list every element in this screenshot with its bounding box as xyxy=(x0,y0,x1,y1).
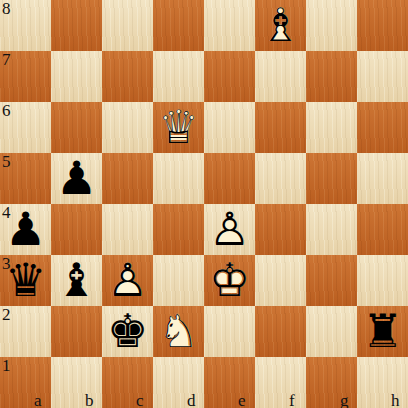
square-e4[interactable]: ♟♙ xyxy=(204,204,255,255)
king-glyph-fill: ♚ xyxy=(102,306,153,357)
square-h1[interactable] xyxy=(357,357,408,408)
piece-white-king-e3[interactable]: ♚♔ xyxy=(204,255,255,306)
square-h2[interactable]: ♜ xyxy=(357,306,408,357)
square-g7[interactable] xyxy=(306,51,357,102)
pawn-glyph-fill: ♟ xyxy=(51,153,102,204)
piece-black-bishop-b3[interactable]: ♝ xyxy=(51,255,102,306)
queen-glyph-outline: ♕ xyxy=(153,102,204,153)
square-a6[interactable] xyxy=(0,102,51,153)
square-b7[interactable] xyxy=(51,51,102,102)
square-c2[interactable]: ♚ xyxy=(102,306,153,357)
piece-white-knight-d2[interactable]: ♞♘ xyxy=(153,306,204,357)
square-h5[interactable] xyxy=(357,153,408,204)
square-e6[interactable] xyxy=(204,102,255,153)
pawn-glyph-fill: ♟ xyxy=(0,204,51,255)
square-b8[interactable] xyxy=(51,0,102,51)
square-h3[interactable] xyxy=(357,255,408,306)
square-e7[interactable] xyxy=(204,51,255,102)
piece-white-pawn-c3[interactable]: ♟♙ xyxy=(102,255,153,306)
square-c1[interactable] xyxy=(102,357,153,408)
square-h8[interactable] xyxy=(357,0,408,51)
chess-board: ♝♗♛♕♟♟♟♙♛♝♟♙♚♔♚♞♘♜87654321abcdefgh xyxy=(0,0,408,408)
square-a7[interactable] xyxy=(0,51,51,102)
square-f4[interactable] xyxy=(255,204,306,255)
piece-white-pawn-e4[interactable]: ♟♙ xyxy=(204,204,255,255)
square-d4[interactable] xyxy=(153,204,204,255)
square-b2[interactable] xyxy=(51,306,102,357)
square-c6[interactable] xyxy=(102,102,153,153)
square-g5[interactable] xyxy=(306,153,357,204)
piece-black-king-c2[interactable]: ♚ xyxy=(102,306,153,357)
square-g8[interactable] xyxy=(306,0,357,51)
piece-black-queen-a3[interactable]: ♛ xyxy=(0,255,51,306)
square-h7[interactable] xyxy=(357,51,408,102)
king-glyph-outline: ♔ xyxy=(204,255,255,306)
square-g1[interactable] xyxy=(306,357,357,408)
piece-white-queen-d6[interactable]: ♛♕ xyxy=(153,102,204,153)
square-a8[interactable] xyxy=(0,0,51,51)
queen-glyph-fill: ♛ xyxy=(0,255,51,306)
square-f7[interactable] xyxy=(255,51,306,102)
square-b4[interactable] xyxy=(51,204,102,255)
square-c7[interactable] xyxy=(102,51,153,102)
square-h6[interactable] xyxy=(357,102,408,153)
square-d1[interactable] xyxy=(153,357,204,408)
square-f1[interactable] xyxy=(255,357,306,408)
square-b5[interactable]: ♟ xyxy=(51,153,102,204)
square-d8[interactable] xyxy=(153,0,204,51)
square-g6[interactable] xyxy=(306,102,357,153)
square-a5[interactable] xyxy=(0,153,51,204)
square-f3[interactable] xyxy=(255,255,306,306)
square-a2[interactable] xyxy=(0,306,51,357)
square-b1[interactable] xyxy=(51,357,102,408)
square-e3[interactable]: ♚♔ xyxy=(204,255,255,306)
square-d2[interactable]: ♞♘ xyxy=(153,306,204,357)
piece-black-pawn-b5[interactable]: ♟ xyxy=(51,153,102,204)
square-e5[interactable] xyxy=(204,153,255,204)
square-c5[interactable] xyxy=(102,153,153,204)
square-g3[interactable] xyxy=(306,255,357,306)
knight-glyph-outline: ♘ xyxy=(153,306,204,357)
square-f5[interactable] xyxy=(255,153,306,204)
square-b3[interactable]: ♝ xyxy=(51,255,102,306)
piece-black-rook-h2[interactable]: ♜ xyxy=(357,306,408,357)
square-c3[interactable]: ♟♙ xyxy=(102,255,153,306)
square-e1[interactable] xyxy=(204,357,255,408)
square-a3[interactable]: ♛ xyxy=(0,255,51,306)
square-f8[interactable]: ♝♗ xyxy=(255,0,306,51)
piece-white-bishop-f8[interactable]: ♝♗ xyxy=(255,0,306,51)
square-f2[interactable] xyxy=(255,306,306,357)
square-h4[interactable] xyxy=(357,204,408,255)
square-g2[interactable] xyxy=(306,306,357,357)
pawn-glyph-outline: ♙ xyxy=(204,204,255,255)
square-c8[interactable] xyxy=(102,0,153,51)
square-e2[interactable] xyxy=(204,306,255,357)
square-g4[interactable] xyxy=(306,204,357,255)
square-d5[interactable] xyxy=(153,153,204,204)
square-c4[interactable] xyxy=(102,204,153,255)
square-e8[interactable] xyxy=(204,0,255,51)
square-b6[interactable] xyxy=(51,102,102,153)
square-d6[interactable]: ♛♕ xyxy=(153,102,204,153)
square-d3[interactable] xyxy=(153,255,204,306)
square-a1[interactable] xyxy=(0,357,51,408)
bishop-glyph-outline: ♗ xyxy=(255,0,306,51)
rook-glyph-fill: ♜ xyxy=(357,306,408,357)
square-a4[interactable]: ♟ xyxy=(0,204,51,255)
square-d7[interactable] xyxy=(153,51,204,102)
bishop-glyph-fill: ♝ xyxy=(51,255,102,306)
square-f6[interactable] xyxy=(255,102,306,153)
piece-black-pawn-a4[interactable]: ♟ xyxy=(0,204,51,255)
pawn-glyph-outline: ♙ xyxy=(102,255,153,306)
